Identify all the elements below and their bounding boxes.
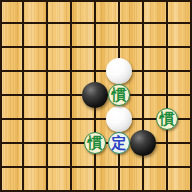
grid-line-vertical [70, 0, 72, 192]
white-stone[interactable] [106, 58, 132, 84]
go-board[interactable]: 慣慣慣定 [0, 0, 192, 192]
grid-line-horizontal [0, 190, 192, 192]
grid-line-horizontal [0, 22, 192, 24]
candidate-move-label[interactable]: 定 [108, 132, 130, 154]
grid-line-horizontal [0, 0, 192, 2]
black-stone[interactable] [130, 130, 156, 156]
candidate-move-label[interactable]: 慣 [156, 108, 178, 130]
grid-line-vertical [166, 0, 168, 192]
grid-line-vertical [142, 0, 144, 192]
grid-line-vertical [0, 0, 2, 192]
candidate-move-label[interactable]: 慣 [84, 132, 106, 154]
grid-line-vertical [190, 0, 192, 192]
grid-line-vertical [22, 0, 24, 192]
grid-line-vertical [46, 0, 48, 192]
white-stone[interactable] [106, 106, 132, 132]
black-stone[interactable] [82, 82, 108, 108]
grid-line-horizontal [0, 166, 192, 168]
grid-line-horizontal [0, 70, 192, 72]
candidate-move-label[interactable]: 慣 [108, 84, 130, 106]
grid-line-horizontal [0, 46, 192, 48]
